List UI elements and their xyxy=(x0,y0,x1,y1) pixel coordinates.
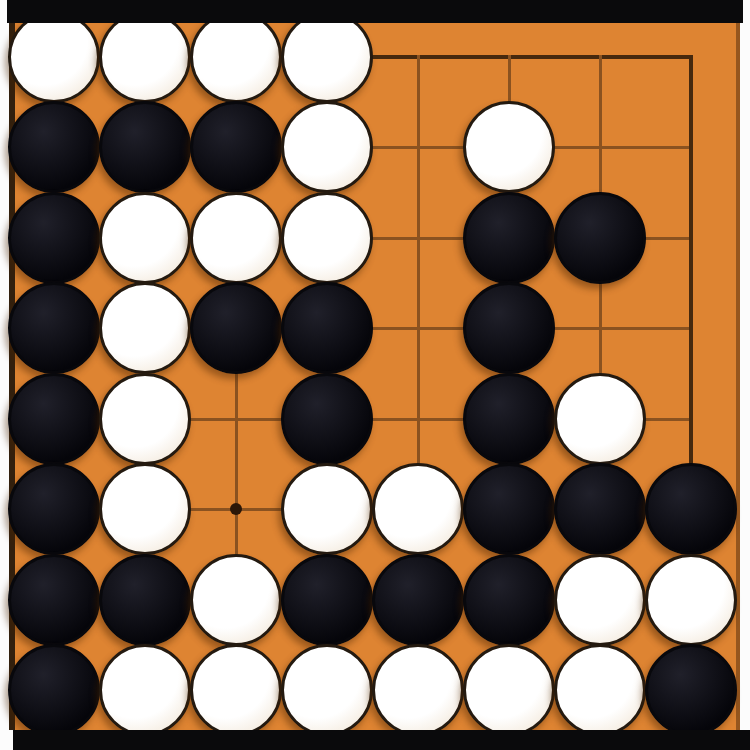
white-stone-c1-r1[interactable] xyxy=(8,11,100,103)
empty-intersection-c8-r5[interactable] xyxy=(645,373,737,465)
bottom-black-bar xyxy=(13,730,750,750)
empty-intersection-c7-r1[interactable] xyxy=(554,11,646,103)
empty-intersection-c5-r1[interactable] xyxy=(372,11,464,103)
empty-intersection-c7-r2[interactable] xyxy=(554,101,646,193)
black-stone-c7-r3[interactable] xyxy=(554,192,646,284)
empty-intersection-c5-r2[interactable] xyxy=(372,101,464,193)
black-stone-c1-r7[interactable] xyxy=(8,554,100,646)
white-stone-c6-r2[interactable] xyxy=(463,101,555,193)
empty-intersection-c5-r4[interactable] xyxy=(372,282,464,374)
black-stone-c4-r7[interactable] xyxy=(281,554,373,646)
black-stone-c2-r7[interactable] xyxy=(99,554,191,646)
black-stone-c5-r7[interactable] xyxy=(372,554,464,646)
white-stone-c4-r3[interactable] xyxy=(281,192,373,284)
black-stone-c1-r3[interactable] xyxy=(8,192,100,284)
white-stone-c2-r1[interactable] xyxy=(99,11,191,103)
empty-intersection-c7-r4[interactable] xyxy=(554,282,646,374)
empty-intersection-c3-r6[interactable] xyxy=(190,463,282,555)
white-stone-c3-r7[interactable] xyxy=(190,554,282,646)
white-stone-c4-r6[interactable] xyxy=(281,463,373,555)
white-stone-c2-r4[interactable] xyxy=(99,282,191,374)
white-stone-c2-r8[interactable] xyxy=(99,644,191,736)
black-stone-c3-r4[interactable] xyxy=(190,282,282,374)
white-stone-c3-r1[interactable] xyxy=(190,11,282,103)
black-stone-c6-r7[interactable] xyxy=(463,554,555,646)
black-stone-c1-r4[interactable] xyxy=(8,282,100,374)
black-stone-c6-r6[interactable] xyxy=(463,463,555,555)
white-stone-c5-r8[interactable] xyxy=(372,644,464,736)
screenshot-canvas xyxy=(0,0,750,750)
black-stone-c3-r2[interactable] xyxy=(190,101,282,193)
empty-intersection-c8-r2[interactable] xyxy=(645,101,737,193)
white-stone-c6-r8[interactable] xyxy=(463,644,555,736)
empty-intersection-c5-r3[interactable] xyxy=(372,192,464,284)
black-stone-c1-r6[interactable] xyxy=(8,463,100,555)
white-stone-c5-r6[interactable] xyxy=(372,463,464,555)
empty-intersection-c6-r1[interactable] xyxy=(463,11,555,103)
black-stone-c1-r2[interactable] xyxy=(8,101,100,193)
white-stone-c2-r3[interactable] xyxy=(99,192,191,284)
empty-intersection-c8-r1[interactable] xyxy=(645,11,737,103)
white-stone-c2-r5[interactable] xyxy=(99,373,191,465)
black-stone-c4-r4[interactable] xyxy=(281,282,373,374)
empty-intersection-c8-r4[interactable] xyxy=(645,282,737,374)
black-stone-c1-r5[interactable] xyxy=(8,373,100,465)
black-stone-c6-r5[interactable] xyxy=(463,373,555,465)
black-stone-c6-r3[interactable] xyxy=(463,192,555,284)
white-stone-c3-r8[interactable] xyxy=(190,644,282,736)
go-board xyxy=(9,23,740,730)
white-stone-c7-r5[interactable] xyxy=(554,373,646,465)
black-stone-c6-r4[interactable] xyxy=(463,282,555,374)
black-stone-c8-r6[interactable] xyxy=(645,463,737,555)
top-black-bar xyxy=(7,0,743,23)
empty-intersection-c5-r5[interactable] xyxy=(372,373,464,465)
black-stone-c7-r6[interactable] xyxy=(554,463,646,555)
white-stone-c4-r1[interactable] xyxy=(281,11,373,103)
white-stone-c3-r3[interactable] xyxy=(190,192,282,284)
empty-intersection-c8-r3[interactable] xyxy=(645,192,737,284)
white-stone-c8-r7[interactable] xyxy=(645,554,737,646)
black-stone-c8-r8[interactable] xyxy=(645,644,737,736)
empty-intersection-c3-r5[interactable] xyxy=(190,373,282,465)
white-stone-c4-r8[interactable] xyxy=(281,644,373,736)
white-stone-c2-r6[interactable] xyxy=(99,463,191,555)
white-stone-c7-r8[interactable] xyxy=(554,644,646,736)
black-stone-c2-r2[interactable] xyxy=(99,101,191,193)
black-stone-c1-r8[interactable] xyxy=(8,644,100,736)
white-stone-c7-r7[interactable] xyxy=(554,554,646,646)
black-stone-c4-r5[interactable] xyxy=(281,373,373,465)
white-stone-c4-r2[interactable] xyxy=(281,101,373,193)
